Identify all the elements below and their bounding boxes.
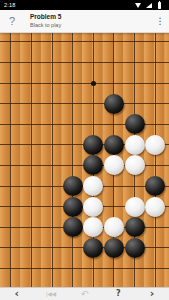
star-point: [91, 81, 96, 86]
white-stone: [125, 197, 145, 217]
hint-button[interactable]: ?: [108, 288, 128, 300]
battery-icon: [158, 2, 162, 9]
grid-line-vertical: [10, 33, 11, 287]
grid-line-horizontal: [0, 62, 169, 63]
black-stone: [104, 94, 124, 114]
black-stone: [63, 176, 83, 196]
grid-line-vertical: [155, 33, 156, 287]
go-board[interactable]: [0, 33, 169, 287]
black-stone: [145, 176, 165, 196]
white-stone: [104, 155, 124, 175]
app-bar: ? Problem 5 Black to play ⋮: [0, 10, 169, 33]
phone-screen: 2:18 ? Problem 5 Black to play ⋮ ‹|◀◀↶?›: [0, 0, 169, 300]
white-stone: [104, 217, 124, 237]
black-stone: [104, 135, 124, 155]
page-subtitle: Black to play: [30, 22, 61, 28]
black-stone: [83, 135, 103, 155]
white-stone: [145, 135, 165, 155]
white-stone: [83, 217, 103, 237]
grid-line-vertical: [52, 33, 53, 287]
next-problem-button[interactable]: ›: [142, 288, 162, 300]
black-stone: [125, 238, 145, 258]
grid-line-horizontal: [0, 83, 169, 84]
black-stone: [63, 217, 83, 237]
grid-line-horizontal: [0, 103, 169, 104]
black-stone: [63, 197, 83, 217]
bottom-toolbar: ‹|◀◀↶?›: [0, 287, 169, 300]
overflow-menu-icon[interactable]: ⋮: [154, 13, 166, 29]
grid-line-horizontal: [0, 268, 169, 269]
wifi-icon: [135, 3, 141, 8]
white-stone: [145, 197, 165, 217]
black-stone: [125, 114, 145, 134]
grid-line-vertical: [31, 33, 32, 287]
white-stone: [83, 176, 103, 196]
black-stone: [125, 217, 145, 237]
white-stone: [125, 155, 145, 175]
status-bar: 2:18: [0, 0, 169, 10]
grid-line-vertical: [72, 33, 73, 287]
status-time: 2:18: [4, 2, 16, 8]
grid-line-horizontal: [0, 41, 169, 42]
black-stone: [83, 238, 103, 258]
help-icon[interactable]: ?: [5, 13, 19, 29]
page-title: Problem 5: [30, 13, 61, 20]
prev-problem-button[interactable]: ‹: [7, 288, 27, 300]
white-stone: [83, 197, 103, 217]
black-stone: [83, 155, 103, 175]
app-bar-titles: Problem 5 Black to play: [30, 13, 61, 28]
skip-to-start-button: |◀◀: [41, 288, 61, 300]
undo-move-button: ↶: [74, 288, 94, 300]
white-stone: [125, 135, 145, 155]
cell-signal-icon: [146, 3, 152, 8]
black-stone: [104, 238, 124, 258]
